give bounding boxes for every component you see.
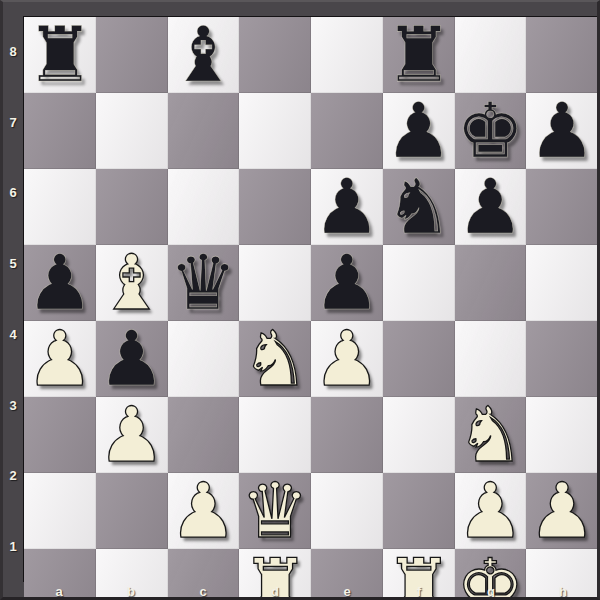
file-label-a: a (23, 582, 95, 600)
square-b4[interactable]: ♟ (96, 321, 168, 397)
square-a2[interactable] (24, 473, 96, 549)
square-f5[interactable] (383, 245, 455, 321)
chess-board: ♜♝♜♟♚♟♟♞♟♟♝♛♟♟♟♞♟♟♞♟♛♟♟♜♜♚ (23, 16, 599, 582)
square-c3[interactable] (168, 397, 240, 473)
black-pawn-b4[interactable]: ♟ (98, 321, 166, 397)
file-label-c: c (167, 582, 239, 600)
square-h2[interactable]: ♟ (526, 473, 598, 549)
square-c2[interactable]: ♟ (168, 473, 240, 549)
file-label-f: f (383, 582, 455, 600)
rank-labels: 87654321 (3, 16, 23, 582)
rank-label-8: 8 (3, 16, 23, 87)
square-e6[interactable]: ♟ (311, 169, 383, 245)
square-g7[interactable]: ♚ (455, 93, 527, 169)
square-c6[interactable] (168, 169, 240, 245)
white-knight-d4[interactable]: ♞ (241, 321, 309, 397)
square-a4[interactable]: ♟ (24, 321, 96, 397)
file-label-g: g (455, 582, 527, 600)
rank-label-2: 2 (3, 441, 23, 512)
white-pawn-e4[interactable]: ♟ (313, 321, 381, 397)
rank-label-4: 4 (3, 299, 23, 370)
square-e8[interactable] (311, 17, 383, 93)
square-b5[interactable]: ♝ (96, 245, 168, 321)
black-pawn-e5[interactable]: ♟ (313, 245, 381, 321)
square-d3[interactable] (239, 397, 311, 473)
rank-label-3: 3 (3, 370, 23, 441)
black-knight-f6[interactable]: ♞ (385, 169, 453, 245)
square-d8[interactable] (239, 17, 311, 93)
square-h6[interactable] (526, 169, 598, 245)
white-pawn-c2[interactable]: ♟ (169, 473, 237, 549)
square-g8[interactable] (455, 17, 527, 93)
square-d7[interactable] (239, 93, 311, 169)
square-a8[interactable]: ♜ (24, 17, 96, 93)
black-rook-a8[interactable]: ♜ (26, 17, 94, 93)
black-queen-c5[interactable]: ♛ (169, 245, 237, 321)
file-labels: abcdefgh (23, 582, 599, 600)
square-e7[interactable] (311, 93, 383, 169)
black-rook-f8[interactable]: ♜ (385, 17, 453, 93)
black-pawn-f7[interactable]: ♟ (385, 93, 453, 169)
rank-label-7: 7 (3, 87, 23, 158)
square-g4[interactable] (455, 321, 527, 397)
square-b8[interactable] (96, 17, 168, 93)
black-king-g7[interactable]: ♚ (456, 93, 524, 169)
square-b6[interactable] (96, 169, 168, 245)
square-h8[interactable] (526, 17, 598, 93)
square-f7[interactable]: ♟ (383, 93, 455, 169)
file-label-h: h (527, 582, 599, 600)
rank-label-1: 1 (3, 511, 23, 582)
square-a3[interactable] (24, 397, 96, 473)
chess-board-frame: 87654321 ♜♝♜♟♚♟♟♞♟♟♝♛♟♟♟♞♟♟♞♟♛♟♟♜♜♚ abcd… (0, 0, 600, 600)
square-c8[interactable]: ♝ (168, 17, 240, 93)
square-h3[interactable] (526, 397, 598, 473)
square-b2[interactable] (96, 473, 168, 549)
square-c5[interactable]: ♛ (168, 245, 240, 321)
square-d6[interactable] (239, 169, 311, 245)
square-e2[interactable] (311, 473, 383, 549)
square-b7[interactable] (96, 93, 168, 169)
square-f2[interactable] (383, 473, 455, 549)
square-c4[interactable] (168, 321, 240, 397)
white-pawn-b3[interactable]: ♟ (98, 397, 166, 473)
white-pawn-g2[interactable]: ♟ (456, 473, 524, 549)
file-label-d: d (239, 582, 311, 600)
square-f8[interactable]: ♜ (383, 17, 455, 93)
white-pawn-a4[interactable]: ♟ (26, 321, 94, 397)
square-d4[interactable]: ♞ (239, 321, 311, 397)
square-d5[interactable] (239, 245, 311, 321)
square-g5[interactable] (455, 245, 527, 321)
black-pawn-h7[interactable]: ♟ (528, 93, 596, 169)
square-h7[interactable]: ♟ (526, 93, 598, 169)
square-h4[interactable] (526, 321, 598, 397)
square-e4[interactable]: ♟ (311, 321, 383, 397)
black-bishop-c8[interactable]: ♝ (169, 17, 237, 93)
square-f3[interactable] (383, 397, 455, 473)
square-b3[interactable]: ♟ (96, 397, 168, 473)
square-g2[interactable]: ♟ (455, 473, 527, 549)
square-h5[interactable] (526, 245, 598, 321)
square-a7[interactable] (24, 93, 96, 169)
white-bishop-b5[interactable]: ♝ (98, 245, 166, 321)
square-c7[interactable] (168, 93, 240, 169)
white-knight-g3[interactable]: ♞ (456, 397, 524, 473)
rank-label-6: 6 (3, 158, 23, 229)
square-e5[interactable]: ♟ (311, 245, 383, 321)
file-label-e: e (311, 582, 383, 600)
black-pawn-a5[interactable]: ♟ (26, 245, 94, 321)
square-f4[interactable] (383, 321, 455, 397)
square-d2[interactable]: ♛ (239, 473, 311, 549)
square-g3[interactable]: ♞ (455, 397, 527, 473)
square-a6[interactable] (24, 169, 96, 245)
black-pawn-g6[interactable]: ♟ (456, 169, 524, 245)
square-g6[interactable]: ♟ (455, 169, 527, 245)
white-pawn-h2[interactable]: ♟ (528, 473, 596, 549)
rank-label-5: 5 (3, 228, 23, 299)
file-label-b: b (95, 582, 167, 600)
white-queen-d2[interactable]: ♛ (241, 473, 309, 549)
square-a5[interactable]: ♟ (24, 245, 96, 321)
black-pawn-e6[interactable]: ♟ (313, 169, 381, 245)
square-e3[interactable] (311, 397, 383, 473)
square-f6[interactable]: ♞ (383, 169, 455, 245)
